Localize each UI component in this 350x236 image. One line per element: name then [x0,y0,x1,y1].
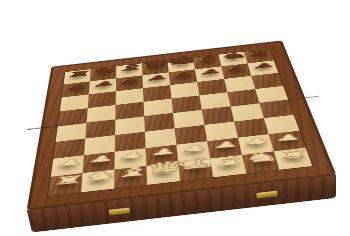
piece-shadow [117,153,144,166]
square-a4[interactable] [56,123,87,142]
square-h5[interactable] [255,86,288,103]
square-f4[interactable] [202,106,234,125]
brass-clasp-left [109,208,131,216]
square-a3[interactable] [53,139,85,159]
piece-white-rook-h1[interactable]: ♜ [276,148,310,161]
square-d2[interactable]: ♟ [146,145,179,166]
piece-white-knight-g1[interactable]: ♞ [241,150,281,165]
piece-shadow [51,179,79,193]
piece-shadow [246,157,276,170]
piece-white-pawn-c2[interactable]: ♟ [117,150,147,161]
piece-white-pawn-d2[interactable]: ♟ [148,146,178,156]
chess-set-photo: ♜♞♝♛♚♝♞♜♟♟♟♟♟♟♟♟♟♟♟♟♟♟♟♟♜♞♝♛♚♝♞♜ [0,0,350,236]
square-f3[interactable] [204,122,238,142]
piece-shadow [85,157,112,170]
square-b2[interactable]: ♟ [83,152,115,173]
square-c3[interactable] [115,132,146,152]
piece-shadow [148,150,175,163]
piece-shadow [84,175,112,188]
square-e3[interactable] [175,125,208,145]
piece-shadow [179,146,207,158]
piece-white-pawn-f2[interactable]: ♟ [211,139,240,149]
square-b4[interactable] [85,120,115,139]
square-h2[interactable]: ♟ [269,131,306,152]
square-e4[interactable] [173,110,204,129]
brass-clasp-right [256,191,277,199]
board-grid: ♜♞♝♛♚♝♞♜♟♟♟♟♟♟♟♟♟♟♟♟♟♟♟♟♜♞♝♛♚♝♞♜ [47,48,314,197]
piece-white-rook-a1[interactable]: ♜ [49,173,87,186]
square-d4[interactable] [144,113,174,132]
square-e2[interactable]: ♟ [176,141,210,162]
square-f2[interactable]: ♟ [207,138,242,159]
piece-shadow [54,160,81,173]
piece-white-pawn-b2[interactable]: ♟ [85,154,115,165]
square-h4[interactable] [259,100,293,118]
square-g4[interactable] [231,103,264,121]
square-c2[interactable]: ♟ [114,148,146,169]
square-a1[interactable]: ♜ [48,173,83,196]
square-c4[interactable] [115,116,145,135]
square-h1[interactable]: ♜ [274,148,313,170]
square-f1[interactable]: ♝ [210,155,246,177]
piece-white-bishop-c1[interactable]: ♝ [111,164,155,180]
piece-shadow [278,153,309,166]
piece-shadow [210,143,238,155]
piece-shadow [117,171,145,184]
piece-shadow [214,160,243,173]
piece-white-king-e1[interactable]: ♚ [171,153,225,173]
piece-white-queen-d1[interactable]: ♛ [140,158,190,176]
square-e1[interactable]: ♚ [178,159,213,181]
square-a2[interactable]: ♟ [51,155,84,177]
piece-white-pawn-e2[interactable]: ♟ [179,143,208,153]
square-d3[interactable] [145,128,177,148]
square-h3[interactable] [264,115,300,134]
piece-white-pawn-h2[interactable]: ♟ [274,132,302,142]
square-b1[interactable]: ♞ [81,170,114,193]
square-g3[interactable] [234,118,269,138]
square-d1[interactable]: ♛ [146,162,180,185]
square-g1[interactable]: ♞ [242,151,279,173]
piece-shadow [242,139,271,151]
square-g2[interactable]: ♟ [238,134,274,155]
chess-board: ♜♞♝♛♚♝♞♜♟♟♟♟♟♟♟♟♟♟♟♟♟♟♟♟♜♞♝♛♚♝♞♜ [27,41,337,211]
piece-shadow [149,168,177,181]
piece-white-pawn-a2[interactable]: ♟ [54,157,85,168]
piece-white-pawn-g2[interactable]: ♟ [242,136,270,146]
piece-shadow [181,164,210,177]
square-f5[interactable] [199,92,230,109]
square-b3[interactable] [84,135,115,155]
piece-white-bishop-f1[interactable]: ♝ [208,153,250,169]
piece-shadow [273,136,302,148]
square-c1[interactable]: ♝ [114,166,147,189]
square-g5[interactable] [227,89,259,106]
piece-white-knight-b1[interactable]: ♞ [79,168,122,183]
